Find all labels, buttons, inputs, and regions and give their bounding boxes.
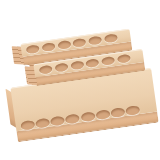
photo-stage — [0, 0, 160, 160]
pit[interactable] — [26, 44, 40, 54]
pit[interactable] — [117, 53, 131, 63]
pit[interactable] — [54, 62, 68, 72]
pit[interactable] — [88, 35, 102, 45]
pit[interactable] — [101, 56, 115, 66]
pit[interactable] — [95, 109, 110, 120]
pit[interactable] — [73, 37, 87, 47]
pit[interactable] — [20, 120, 35, 131]
pit[interactable] — [57, 40, 71, 50]
pit[interactable] — [39, 64, 53, 74]
pit[interactable] — [80, 111, 95, 122]
pit[interactable] — [126, 105, 141, 116]
pit[interactable] — [65, 113, 80, 124]
pit[interactable] — [42, 42, 56, 52]
pit[interactable] — [70, 60, 84, 70]
pit[interactable] — [110, 107, 125, 118]
mancala-board — [0, 18, 160, 142]
pit[interactable] — [35, 118, 50, 129]
pit[interactable] — [86, 58, 100, 68]
pit[interactable] — [50, 116, 65, 127]
pit[interactable] — [104, 33, 118, 43]
